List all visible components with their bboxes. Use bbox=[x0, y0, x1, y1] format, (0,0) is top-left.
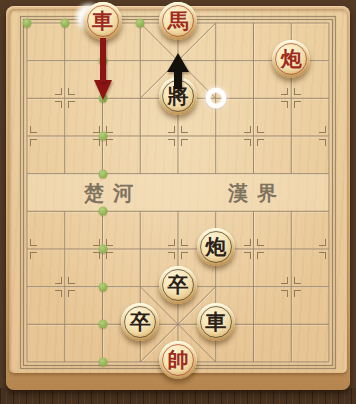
point-marker bbox=[166, 124, 190, 148]
piece-label: 炮 bbox=[197, 228, 235, 266]
point-marker bbox=[53, 86, 77, 110]
point-marker-bracket bbox=[294, 88, 301, 95]
point-marker-bracket bbox=[55, 277, 62, 284]
point-marker-bracket bbox=[106, 126, 113, 133]
point-marker-bracket bbox=[30, 139, 37, 146]
move-hint-dot[interactable] bbox=[23, 19, 32, 28]
point-marker-bracket bbox=[244, 139, 251, 146]
piece-black-chariot[interactable]: 車 bbox=[197, 303, 235, 341]
piece-label: 卒 bbox=[159, 266, 197, 304]
point-marker-bracket bbox=[281, 101, 288, 108]
point-marker-bracket bbox=[294, 290, 301, 297]
move-hint-dot[interactable] bbox=[60, 19, 69, 28]
point-marker-bracket bbox=[93, 139, 100, 146]
point-marker-bracket bbox=[257, 252, 264, 259]
point-marker-bracket bbox=[181, 139, 188, 146]
move-hint-dot[interactable] bbox=[136, 19, 145, 28]
point-marker-bracket bbox=[68, 101, 75, 108]
point-marker-bracket bbox=[30, 239, 37, 246]
move-target-ring[interactable] bbox=[205, 88, 226, 109]
point-marker bbox=[242, 124, 266, 148]
move-hint-dot[interactable] bbox=[98, 132, 107, 141]
point-marker-bracket bbox=[55, 88, 62, 95]
arrow-shaft-black-move-arrow bbox=[174, 70, 182, 90]
point-marker-bracket bbox=[55, 290, 62, 297]
point-marker-bracket bbox=[294, 277, 301, 284]
piece-label: 帥 bbox=[159, 341, 197, 379]
point-marker-bracket bbox=[181, 239, 188, 246]
point-marker-bracket bbox=[55, 101, 62, 108]
move-hint-dot[interactable] bbox=[98, 320, 107, 329]
point-marker-bracket bbox=[319, 139, 326, 146]
point-marker-bracket bbox=[319, 126, 326, 133]
point-marker bbox=[166, 237, 190, 261]
piece-label: 馬 bbox=[159, 2, 197, 40]
xiangqi-app: 楚河 漢界 車馬炮將炮卒卒車帥 bbox=[0, 0, 356, 404]
point-marker-bracket bbox=[168, 126, 175, 133]
piece-black-cannon[interactable]: 炮 bbox=[197, 228, 235, 266]
point-marker-bracket bbox=[281, 88, 288, 95]
move-hint-dot[interactable] bbox=[98, 245, 107, 254]
move-hint-dot[interactable] bbox=[98, 282, 107, 291]
piece-label: 車 bbox=[197, 303, 235, 341]
move-hint-dot[interactable] bbox=[98, 169, 107, 178]
point-marker-bracket bbox=[181, 252, 188, 259]
point-marker bbox=[15, 237, 39, 261]
point-marker-bracket bbox=[244, 239, 251, 246]
point-marker-bracket bbox=[106, 239, 113, 246]
point-marker bbox=[317, 124, 341, 148]
point-marker bbox=[279, 275, 303, 299]
point-marker-bracket bbox=[30, 126, 37, 133]
piece-red-cannon[interactable]: 炮 bbox=[272, 40, 310, 78]
piece-label: 車 bbox=[84, 2, 122, 40]
point-marker-bracket bbox=[93, 252, 100, 259]
point-marker-bracket bbox=[168, 252, 175, 259]
point-marker bbox=[317, 237, 341, 261]
point-marker-bracket bbox=[281, 290, 288, 297]
point-marker-bracket bbox=[319, 239, 326, 246]
point-marker-bracket bbox=[106, 252, 113, 259]
point-marker-bracket bbox=[106, 139, 113, 146]
point-marker-bracket bbox=[281, 277, 288, 284]
arrow-head-red-move-arrow bbox=[94, 80, 112, 100]
point-marker-bracket bbox=[257, 139, 264, 146]
point-marker-bracket bbox=[168, 239, 175, 246]
point-marker-bracket bbox=[68, 290, 75, 297]
piece-label: 炮 bbox=[272, 40, 310, 78]
point-marker-bracket bbox=[68, 277, 75, 284]
point-marker bbox=[53, 275, 77, 299]
piece-red-chariot[interactable]: 車 bbox=[84, 2, 122, 40]
move-hint-dot[interactable] bbox=[98, 358, 107, 367]
piece-label: 卒 bbox=[121, 303, 159, 341]
point-marker-bracket bbox=[244, 252, 251, 259]
point-marker-bracket bbox=[244, 126, 251, 133]
point-marker bbox=[279, 86, 303, 110]
point-marker-bracket bbox=[30, 252, 37, 259]
piece-red-general[interactable]: 帥 bbox=[159, 341, 197, 379]
point-marker-bracket bbox=[319, 252, 326, 259]
piece-black-soldier-a[interactable]: 卒 bbox=[159, 266, 197, 304]
point-marker-bracket bbox=[294, 101, 301, 108]
point-marker-bracket bbox=[257, 239, 264, 246]
point-marker-bracket bbox=[181, 126, 188, 133]
board-overlay: 車馬炮將炮卒卒車帥 bbox=[0, 0, 356, 404]
piece-black-soldier-b[interactable]: 卒 bbox=[121, 303, 159, 341]
move-hint-dot[interactable] bbox=[98, 207, 107, 216]
arrow-shaft-red-move-arrow bbox=[100, 38, 106, 82]
point-marker bbox=[242, 237, 266, 261]
piece-red-horse[interactable]: 馬 bbox=[159, 2, 197, 40]
point-marker-bracket bbox=[68, 88, 75, 95]
point-marker bbox=[15, 124, 39, 148]
point-marker-bracket bbox=[168, 139, 175, 146]
point-marker-bracket bbox=[257, 126, 264, 133]
